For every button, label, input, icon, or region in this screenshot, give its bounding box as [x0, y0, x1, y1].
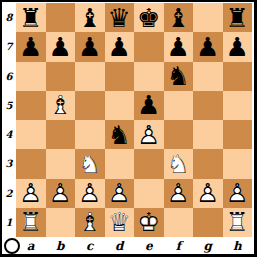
square-b4[interactable] [46, 120, 76, 149]
white-pawn: ♟♙ [193, 179, 223, 208]
square-f2[interactable]: ♟♙ [164, 179, 194, 208]
square-d4[interactable]: ♞ [105, 120, 135, 149]
square-c4[interactable] [75, 120, 105, 149]
square-h7[interactable]: ♟ [223, 32, 253, 61]
square-h6[interactable] [223, 62, 253, 91]
white-bishop: ♝♗ [46, 91, 76, 120]
square-b1[interactable] [46, 208, 76, 237]
square-e7[interactable] [134, 32, 164, 61]
file-labels: abcdefgh [16, 238, 252, 254]
square-d8[interactable]: ♛ [105, 3, 135, 32]
white-king: ♚♔ [134, 208, 164, 237]
square-a4[interactable] [16, 120, 46, 149]
rank-label-1: 1 [2, 208, 16, 237]
black-queen: ♛ [105, 3, 135, 32]
square-a8[interactable]: ♜ [16, 3, 46, 32]
rank-label-7: 7 [2, 32, 16, 61]
square-b3[interactable] [46, 149, 76, 178]
white-pawn: ♟♙ [105, 179, 135, 208]
square-f3[interactable]: ♞♘ [164, 149, 194, 178]
square-g8[interactable] [193, 3, 223, 32]
square-b8[interactable] [46, 3, 76, 32]
white-knight: ♞♘ [75, 149, 105, 178]
file-label-a: a [16, 238, 46, 254]
black-pawn: ♟ [105, 32, 135, 61]
black-pawn: ♟ [16, 32, 46, 61]
square-g2[interactable]: ♟♙ [193, 179, 223, 208]
square-b5[interactable]: ♝♗ [46, 91, 76, 120]
square-g1[interactable] [193, 208, 223, 237]
square-e5[interactable]: ♟ [134, 91, 164, 120]
square-e3[interactable] [134, 149, 164, 178]
black-pawn: ♟ [193, 32, 223, 61]
square-h5[interactable] [223, 91, 253, 120]
square-a7[interactable]: ♟ [16, 32, 46, 61]
square-g5[interactable] [193, 91, 223, 120]
square-g3[interactable] [193, 149, 223, 178]
square-a1[interactable]: ♜♖ [16, 208, 46, 237]
black-knight: ♞ [164, 62, 194, 91]
rank-label-6: 6 [2, 62, 16, 91]
chess-diagram: 87654321 ♜♝♛♚♝♜♟♟♟♟♟♟♟♞♝♗♟♞♟♙♞♘♞♘♟♙♟♙♟♙♟… [0, 0, 257, 257]
square-f7[interactable]: ♟ [164, 32, 194, 61]
black-bishop: ♝ [164, 3, 194, 32]
file-label-b: b [46, 238, 76, 254]
square-g7[interactable]: ♟ [193, 32, 223, 61]
square-g4[interactable] [193, 120, 223, 149]
black-bishop: ♝ [75, 3, 105, 32]
square-f1[interactable] [164, 208, 194, 237]
rank-label-5: 5 [2, 91, 16, 120]
square-c8[interactable]: ♝ [75, 3, 105, 32]
square-h1[interactable]: ♜♖ [223, 208, 253, 237]
black-rook: ♜ [223, 3, 253, 32]
white-to-move-indicator [4, 238, 20, 254]
square-c3[interactable]: ♞♘ [75, 149, 105, 178]
white-pawn: ♟♙ [164, 179, 194, 208]
black-pawn: ♟ [164, 32, 194, 61]
square-f6[interactable]: ♞ [164, 62, 194, 91]
file-label-d: d [105, 238, 135, 254]
black-pawn: ♟ [134, 91, 164, 120]
rank-label-3: 3 [2, 149, 16, 178]
black-king: ♚ [134, 3, 164, 32]
white-pawn: ♟♙ [75, 179, 105, 208]
black-pawn: ♟ [46, 32, 76, 61]
white-pawn: ♟♙ [16, 179, 46, 208]
square-a3[interactable] [16, 149, 46, 178]
rank-label-4: 4 [2, 120, 16, 149]
white-bishop: ♝♗ [75, 208, 105, 237]
square-d3[interactable] [105, 149, 135, 178]
square-d5[interactable] [105, 91, 135, 120]
square-e6[interactable] [134, 62, 164, 91]
square-h8[interactable]: ♜ [223, 3, 253, 32]
square-d1[interactable]: ♛♕ [105, 208, 135, 237]
rank-label-2: 2 [2, 179, 16, 208]
rank-labels: 87654321 [2, 3, 16, 237]
square-a6[interactable] [16, 62, 46, 91]
square-b6[interactable] [46, 62, 76, 91]
square-h4[interactable] [223, 120, 253, 149]
square-c1[interactable]: ♝♗ [75, 208, 105, 237]
square-a5[interactable] [16, 91, 46, 120]
square-h3[interactable] [223, 149, 253, 178]
square-e2[interactable] [134, 179, 164, 208]
black-rook: ♜ [16, 3, 46, 32]
square-e4[interactable]: ♟♙ [134, 120, 164, 149]
square-e8[interactable]: ♚ [134, 3, 164, 32]
square-f8[interactable]: ♝ [164, 3, 194, 32]
square-g6[interactable] [193, 62, 223, 91]
white-pawn: ♟♙ [46, 179, 76, 208]
white-pawn: ♟♙ [134, 120, 164, 149]
file-label-h: h [223, 238, 253, 254]
white-knight: ♞♘ [164, 149, 194, 178]
square-f5[interactable] [164, 91, 194, 120]
square-f4[interactable] [164, 120, 194, 149]
square-e1[interactable]: ♚♔ [134, 208, 164, 237]
square-d6[interactable] [105, 62, 135, 91]
white-rook: ♜♖ [16, 208, 46, 237]
white-queen: ♛♕ [105, 208, 135, 237]
square-c7[interactable]: ♟ [75, 32, 105, 61]
square-b2[interactable]: ♟♙ [46, 179, 76, 208]
black-pawn: ♟ [223, 32, 253, 61]
black-knight: ♞ [105, 120, 135, 149]
square-h2[interactable]: ♟♙ [223, 179, 253, 208]
square-b7[interactable]: ♟ [46, 32, 76, 61]
square-c5[interactable] [75, 91, 105, 120]
square-c2[interactable]: ♟♙ [75, 179, 105, 208]
square-d2[interactable]: ♟♙ [105, 179, 135, 208]
white-pawn: ♟♙ [223, 179, 253, 208]
square-d7[interactable]: ♟ [105, 32, 135, 61]
square-c6[interactable] [75, 62, 105, 91]
white-rook: ♜♖ [223, 208, 253, 237]
black-pawn: ♟ [75, 32, 105, 61]
chess-board: ♜♝♛♚♝♜♟♟♟♟♟♟♟♞♝♗♟♞♟♙♞♘♞♘♟♙♟♙♟♙♟♙♟♙♟♙♟♙♜♖… [16, 3, 252, 237]
square-a2[interactable]: ♟♙ [16, 179, 46, 208]
file-label-e: e [134, 238, 164, 254]
file-label-g: g [193, 238, 223, 254]
file-label-c: c [75, 238, 105, 254]
file-label-f: f [164, 238, 194, 254]
rank-label-8: 8 [2, 3, 16, 32]
